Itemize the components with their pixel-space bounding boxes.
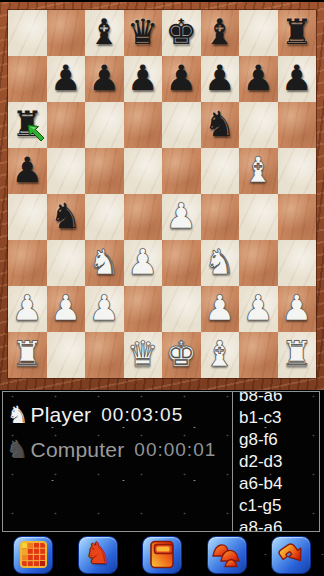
square-b8[interactable] xyxy=(47,10,86,56)
square-e6[interactable] xyxy=(162,102,201,148)
square-c2[interactable]: ♟ xyxy=(85,286,124,332)
square-a3[interactable] xyxy=(8,240,47,286)
square-e7[interactable]: ♟ xyxy=(162,56,201,102)
piece-white-king: ♚ xyxy=(166,337,197,372)
redo-arrow-icon xyxy=(277,541,305,569)
piece-black-pawn: ♟ xyxy=(281,61,312,96)
square-g1[interactable] xyxy=(239,332,278,378)
square-d2[interactable] xyxy=(124,286,163,332)
info-panel: ♞ Player 00:03:05 ♞ Computer 00:00:01 b8… xyxy=(2,391,320,532)
square-c7[interactable]: ♟ xyxy=(85,56,124,102)
square-a8[interactable] xyxy=(8,10,47,56)
square-b6[interactable] xyxy=(47,102,86,148)
square-e5[interactable] xyxy=(162,148,201,194)
piece-white-pawn: ♟ xyxy=(166,199,197,234)
square-f6[interactable]: ♞ xyxy=(201,102,240,148)
piece-white-pawn: ♟ xyxy=(50,291,81,326)
piece-white-queen: ♛ xyxy=(127,337,158,372)
square-e3[interactable] xyxy=(162,240,201,286)
square-d4[interactable] xyxy=(124,194,163,240)
square-a2[interactable]: ♟ xyxy=(8,286,47,332)
window-button[interactable] xyxy=(142,536,182,574)
piece-white-knight: ♞ xyxy=(89,245,120,280)
square-h2[interactable]: ♟ xyxy=(278,286,317,332)
square-g8[interactable] xyxy=(239,10,278,56)
square-f7[interactable]: ♟ xyxy=(201,56,240,102)
knight-button[interactable]: ♞ xyxy=(78,536,118,574)
piece-black-pawn: ♟ xyxy=(243,61,274,96)
square-e2[interactable] xyxy=(162,286,201,332)
toolbar: ♞ xyxy=(0,533,324,576)
square-f5[interactable] xyxy=(201,148,240,194)
piece-black-knight: ♞ xyxy=(50,199,81,234)
piece-white-bishop: ♝ xyxy=(204,337,235,372)
piece-black-queen: ♛ xyxy=(127,15,158,50)
redo-arrow-button[interactable] xyxy=(271,536,311,574)
square-c6[interactable] xyxy=(85,102,124,148)
computer-clock: 00:00:01 xyxy=(134,439,216,461)
square-c1[interactable] xyxy=(85,332,124,378)
move-list-item: g8-f6 xyxy=(239,429,319,451)
piece-black-pawn: ♟ xyxy=(127,61,158,96)
player-label: Player xyxy=(31,403,92,427)
piece-black-rook: ♜ xyxy=(12,107,43,142)
square-d6[interactable] xyxy=(124,102,163,148)
piece-black-bishop: ♝ xyxy=(89,15,120,50)
piece-white-knight: ♞ xyxy=(204,245,235,280)
square-g5[interactable]: ♝ xyxy=(239,148,278,194)
square-h4[interactable] xyxy=(278,194,317,240)
piece-black-pawn: ♟ xyxy=(204,61,235,96)
square-e8[interactable]: ♚ xyxy=(162,10,201,56)
computer-label: Computer xyxy=(31,438,125,462)
square-c4[interactable] xyxy=(85,194,124,240)
piece-white-pawn: ♟ xyxy=(281,291,312,326)
square-b4[interactable]: ♞ xyxy=(47,194,86,240)
piece-black-knight: ♞ xyxy=(204,107,235,142)
piece-black-pawn: ♟ xyxy=(89,61,120,96)
board-grid-button[interactable] xyxy=(13,536,53,574)
piece-white-pawn: ♟ xyxy=(12,291,43,326)
square-f3[interactable]: ♞ xyxy=(201,240,240,286)
square-d3[interactable]: ♟ xyxy=(124,240,163,286)
piece-white-pawn: ♟ xyxy=(89,291,120,326)
piece-black-pawn: ♟ xyxy=(12,153,43,188)
square-b2[interactable]: ♟ xyxy=(47,286,86,332)
square-b5[interactable] xyxy=(47,148,86,194)
square-g6[interactable] xyxy=(239,102,278,148)
square-f8[interactable]: ♝ xyxy=(201,10,240,56)
piece-black-king: ♚ xyxy=(166,15,197,50)
square-c5[interactable] xyxy=(85,148,124,194)
piece-white-pawn: ♟ xyxy=(243,291,274,326)
square-d8[interactable]: ♛ xyxy=(124,10,163,56)
move-list-item: d2-d3 xyxy=(239,451,319,473)
square-g4[interactable] xyxy=(239,194,278,240)
square-a7[interactable] xyxy=(8,56,47,102)
square-h7[interactable]: ♟ xyxy=(278,56,317,102)
piece-white-rook: ♜ xyxy=(281,337,312,372)
mountains-icon xyxy=(212,541,241,568)
player-clock-row: ♞ Player 00:03:05 xyxy=(7,400,232,430)
move-list-item: a8-a6 xyxy=(239,517,319,531)
square-a5[interactable]: ♟ xyxy=(8,148,47,194)
square-h5[interactable] xyxy=(278,148,317,194)
mountains-button[interactable] xyxy=(207,536,247,574)
chess-app-screen: ♝♛♚♝♜♟♟♟♟♟♟♟♜♞♟♝♞♟♞♟♞♟♟♟♟♟♟♜♛♚♝♜ ♞ Playe… xyxy=(0,0,324,576)
square-c8[interactable]: ♝ xyxy=(85,10,124,56)
square-g3[interactable] xyxy=(239,240,278,286)
computer-clock-row: ♞ Computer 00:00:01 xyxy=(7,435,232,465)
square-h3[interactable] xyxy=(278,240,317,286)
move-list-item: b1-c3 xyxy=(239,407,319,429)
square-d5[interactable] xyxy=(124,148,163,194)
move-list[interactable]: b8-a6b1-c3g8-f6d2-d3a6-b4c1-g5a8-a6 xyxy=(232,392,319,531)
piece-white-bishop: ♝ xyxy=(243,153,274,188)
piece-white-pawn: ♟ xyxy=(127,245,158,280)
piece-black-rook: ♜ xyxy=(281,15,312,50)
piece-black-bishop: ♝ xyxy=(204,15,235,50)
square-g2[interactable]: ♟ xyxy=(239,286,278,332)
square-e4[interactable]: ♟ xyxy=(162,194,201,240)
window-icon xyxy=(149,540,176,569)
piece-white-pawn: ♟ xyxy=(204,291,235,326)
square-f2[interactable]: ♟ xyxy=(201,286,240,332)
piece-white-rook: ♜ xyxy=(12,337,43,372)
player-clock: 00:03:05 xyxy=(101,404,183,426)
square-a4[interactable] xyxy=(8,194,47,240)
move-list-item: c1-g5 xyxy=(239,495,319,517)
square-a1[interactable]: ♜ xyxy=(8,332,47,378)
board-grid-icon xyxy=(20,541,47,568)
black-knight-icon: ♞ xyxy=(7,438,29,462)
square-e1[interactable]: ♚ xyxy=(162,332,201,378)
clock-area: ♞ Player 00:03:05 ♞ Computer 00:00:01 xyxy=(3,392,232,531)
square-f1[interactable]: ♝ xyxy=(201,332,240,378)
square-f4[interactable] xyxy=(201,194,240,240)
move-list-item: b8-a6 xyxy=(239,392,319,407)
knight-icon: ♞ xyxy=(85,539,111,568)
move-list-item: a6-b4 xyxy=(239,473,319,495)
square-d1[interactable]: ♛ xyxy=(124,332,163,378)
square-b1[interactable] xyxy=(47,332,86,378)
piece-black-pawn: ♟ xyxy=(50,61,81,96)
square-d7[interactable]: ♟ xyxy=(124,56,163,102)
piece-black-pawn: ♟ xyxy=(166,61,197,96)
chess-board[interactable]: ♝♛♚♝♜♟♟♟♟♟♟♟♜♞♟♝♞♟♞♟♞♟♟♟♟♟♟♜♛♚♝♜ xyxy=(8,10,316,378)
square-a6[interactable]: ♜ xyxy=(8,102,47,148)
square-c3[interactable]: ♞ xyxy=(85,240,124,286)
square-h8[interactable]: ♜ xyxy=(278,10,317,56)
square-g7[interactable]: ♟ xyxy=(239,56,278,102)
square-b7[interactable]: ♟ xyxy=(47,56,86,102)
white-knight-icon: ♞ xyxy=(7,403,29,427)
square-h6[interactable] xyxy=(278,102,317,148)
square-b3[interactable] xyxy=(47,240,86,286)
chess-board-frame: ♝♛♚♝♜♟♟♟♟♟♟♟♜♞♟♝♞♟♞♟♞♟♟♟♟♟♟♜♛♚♝♜ xyxy=(0,0,324,390)
square-h1[interactable]: ♜ xyxy=(278,332,317,378)
